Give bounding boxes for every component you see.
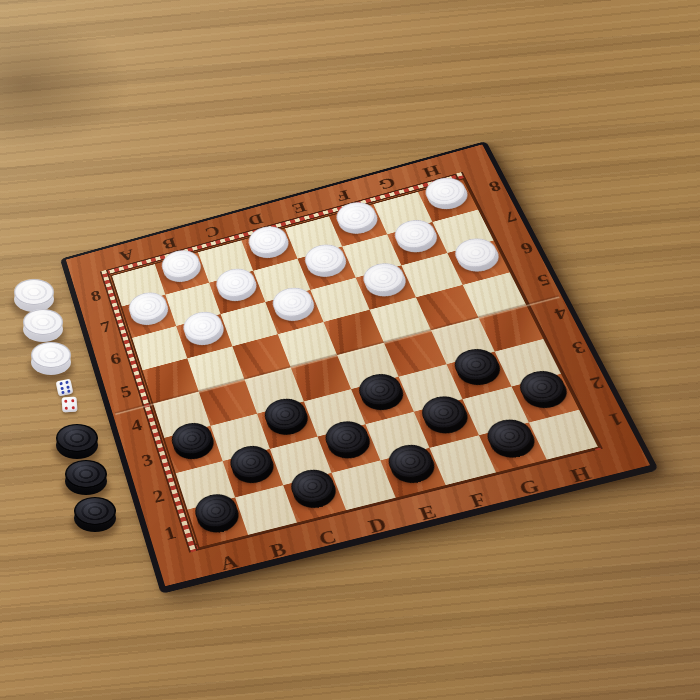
file-label-top-a: A — [118, 247, 136, 264]
piece-face — [23, 309, 63, 335]
file-label-bottom-g: G — [516, 476, 542, 498]
reserve-piece-white-1 — [14, 279, 54, 305]
file-label-bottom-c: C — [316, 527, 339, 548]
die-pip — [60, 390, 64, 394]
die-pip — [71, 399, 74, 402]
rank-label-right-4: 4 — [552, 305, 571, 323]
file-label-bottom-b: B — [268, 539, 289, 560]
table-scene: AABBCCDDEEFFGGHH8877665544332211 — [0, 0, 700, 700]
file-label-top-b: B — [161, 235, 178, 252]
die-pip — [65, 385, 69, 389]
rank-label-right-5: 5 — [535, 272, 553, 289]
die-pip — [64, 380, 68, 384]
file-label-bottom-e: E — [416, 502, 438, 523]
die-pip — [64, 406, 67, 409]
file-label-bottom-f: F — [467, 489, 488, 510]
die-pip — [59, 386, 63, 390]
die-pip — [66, 389, 70, 393]
die-1-value-6 — [55, 378, 73, 396]
piece-face — [74, 497, 116, 525]
file-label-top-c: C — [203, 223, 222, 240]
die-2-value-4 — [61, 396, 77, 412]
reserve-piece-black-2 — [65, 460, 107, 488]
reserve-piece-white-2 — [23, 309, 63, 335]
piece-face — [14, 279, 54, 305]
die-pip — [58, 382, 62, 386]
reserve-piece-black-3 — [74, 497, 116, 525]
piece-face — [31, 342, 71, 368]
rank-label-right-8: 8 — [486, 178, 503, 194]
rank-label-left-1: 1 — [162, 523, 178, 542]
file-label-top-e: E — [290, 200, 309, 217]
rank-label-left-2: 2 — [151, 486, 167, 505]
die-pip — [64, 399, 67, 402]
rank-label-right-7: 7 — [502, 209, 519, 226]
rank-label-left-3: 3 — [140, 451, 155, 469]
checkers-board: AABBCCDDEEFFGGHH8877665544332211 — [60, 141, 659, 594]
rank-label-left-5: 5 — [118, 383, 133, 401]
piece-face — [65, 460, 107, 488]
die-pip — [71, 406, 74, 409]
rank-label-left-4: 4 — [129, 416, 144, 434]
reserve-piece-white-3 — [31, 342, 71, 368]
rank-label-left-8: 8 — [89, 288, 103, 304]
rank-label-left-7: 7 — [99, 318, 113, 335]
piece-face — [56, 424, 98, 452]
file-label-bottom-h: H — [567, 463, 593, 485]
reserve-piece-black-1 — [56, 424, 98, 452]
rank-label-right-6: 6 — [518, 240, 536, 257]
file-label-bottom-a: A — [218, 551, 240, 572]
rank-label-right-3: 3 — [569, 339, 588, 357]
rank-label-left-6: 6 — [108, 350, 122, 367]
rank-label-right-2: 2 — [587, 374, 607, 393]
rank-label-right-1: 1 — [606, 410, 626, 429]
file-label-top-f: F — [334, 188, 352, 204]
file-label-bottom-d: D — [366, 514, 389, 535]
